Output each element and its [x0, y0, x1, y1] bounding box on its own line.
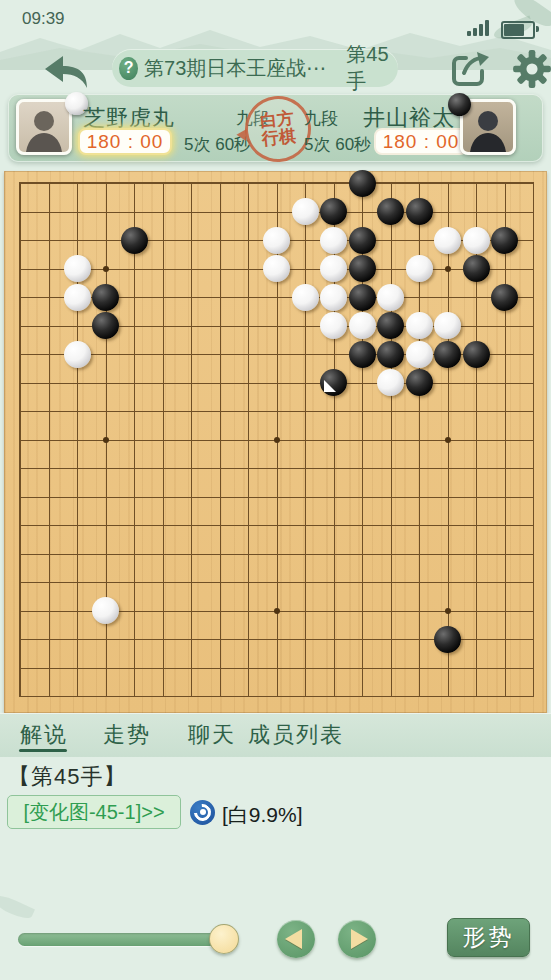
- white-stone: [406, 341, 433, 368]
- go-board[interactable]: [4, 171, 547, 713]
- star-point: [274, 437, 280, 443]
- white-stone: [320, 227, 347, 254]
- next-move-button[interactable]: [338, 920, 376, 958]
- header: ? 第73期日本王座战⋯ 第45手: [0, 45, 551, 91]
- black-stone: [463, 341, 490, 368]
- white-stone: [434, 227, 461, 254]
- black-stone: [349, 170, 376, 197]
- tab-chat[interactable]: 聊天: [188, 720, 236, 750]
- black-stone: [434, 626, 461, 653]
- black-stone: [349, 255, 376, 282]
- white-stone: [292, 284, 319, 311]
- white-player-clock: 180 : 00: [78, 128, 172, 155]
- last-move-marker: [324, 380, 336, 392]
- black-stone: [349, 341, 376, 368]
- move-slider-track[interactable]: [18, 933, 234, 946]
- white-stone: [406, 312, 433, 339]
- black-stone: [491, 227, 518, 254]
- white-stone: [320, 312, 347, 339]
- black-stone: [92, 312, 119, 339]
- black-stone: [349, 227, 376, 254]
- white-stone: [377, 369, 404, 396]
- white-stone: [320, 255, 347, 282]
- black-stone: [320, 369, 347, 396]
- star-point: [445, 608, 451, 614]
- white-stone: [64, 255, 91, 282]
- move-slider-thumb[interactable]: [209, 924, 239, 954]
- white-stone: [263, 255, 290, 282]
- black-stone: [320, 198, 347, 225]
- black-stone-badge: [448, 93, 471, 116]
- leaf-decoration: [0, 892, 35, 922]
- position-judge-button[interactable]: 形势: [447, 918, 530, 957]
- white-stone: [64, 284, 91, 311]
- tab-bar: 解说 走势 聊天 成员列表: [0, 713, 551, 757]
- black-stone: [463, 255, 490, 282]
- star-point: [274, 608, 280, 614]
- star-point: [103, 437, 109, 443]
- white-stone: [292, 198, 319, 225]
- black-stone: [349, 284, 376, 311]
- black-stone: [377, 198, 404, 225]
- winrate-label: [白9.9%]: [222, 801, 303, 829]
- back-button[interactable]: [42, 55, 90, 89]
- black-stone: [406, 198, 433, 225]
- white-stone: [64, 341, 91, 368]
- game-title: 第73期日本王座战⋯: [144, 55, 326, 82]
- black-stone: [121, 227, 148, 254]
- previous-move-button[interactable]: [277, 920, 315, 958]
- white-stone: [320, 284, 347, 311]
- black-stone: [377, 341, 404, 368]
- tab-members[interactable]: 成员列表: [248, 720, 344, 750]
- black-stone: [406, 369, 433, 396]
- help-icon[interactable]: ?: [119, 57, 138, 80]
- black-player-clock: 180 : 00: [374, 128, 468, 155]
- battery-icon: [501, 21, 535, 39]
- black-stone: [92, 284, 119, 311]
- clock-time: 09:39: [22, 9, 65, 29]
- variation-link[interactable]: [变化图-45-1]>>: [7, 795, 181, 829]
- signal-icon: [467, 20, 491, 36]
- star-point: [103, 266, 109, 272]
- tab-trend[interactable]: 走势: [103, 720, 151, 750]
- player-bar: 芝野虎丸 九段 180 : 00 5次 60秒 白方 行棋 九段 井山裕太 5次…: [8, 94, 543, 162]
- tab-commentary[interactable]: 解说: [20, 720, 68, 750]
- black-stone: [377, 312, 404, 339]
- white-stone: [463, 227, 490, 254]
- move-counter: 第45手: [346, 41, 398, 95]
- share-button[interactable]: [450, 49, 492, 89]
- star-point: [445, 437, 451, 443]
- app-screen: 09:39 ? 第73期日本王座战⋯ 第45手: [0, 0, 551, 980]
- star-point: [445, 266, 451, 272]
- white-stone: [377, 284, 404, 311]
- white-stone: [434, 312, 461, 339]
- black-player-rank: 九段: [304, 107, 338, 130]
- white-stone: [349, 312, 376, 339]
- status-bar: 09:39: [0, 0, 551, 40]
- black-stone: [491, 284, 518, 311]
- golaxy-icon: [190, 800, 215, 825]
- move-heading: 【第45手】: [8, 762, 126, 792]
- black-player-byoyomi: 5次 60秒: [304, 133, 371, 156]
- white-stone: [406, 255, 433, 282]
- settings-button[interactable]: [512, 49, 551, 89]
- game-title-pill[interactable]: ? 第73期日本王座战⋯ 第45手: [112, 49, 398, 87]
- white-stone: [92, 597, 119, 624]
- avatar-white-player: [16, 99, 72, 155]
- white-stone: [263, 227, 290, 254]
- active-tab-underline: [19, 749, 67, 752]
- black-stone: [434, 341, 461, 368]
